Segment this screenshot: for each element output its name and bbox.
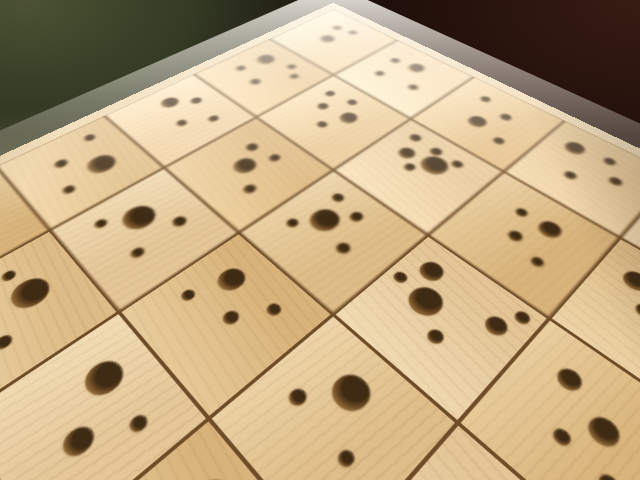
drilled-hole [395, 146, 418, 161]
drilled-hole [479, 96, 492, 104]
drilled-hole [206, 115, 220, 123]
drilled-hole [315, 102, 330, 111]
tile-grid [0, 9, 640, 480]
drilled-hole [389, 58, 401, 64]
drilled-hole [528, 256, 546, 270]
drilled-hole [330, 25, 342, 31]
drilled-hole [254, 53, 278, 66]
puzzle-tile-r5c3[interactable] [0, 314, 206, 480]
drilled-hole [248, 78, 262, 86]
drilled-hole [188, 97, 202, 106]
drilled-hole [562, 171, 577, 181]
drilled-hole [415, 260, 447, 285]
drilled-hole [267, 154, 282, 164]
drilled-hole [78, 355, 128, 402]
drilled-hole [481, 314, 511, 340]
drilled-hole [158, 96, 181, 110]
drilled-hole [317, 34, 337, 44]
drilled-hole [127, 414, 149, 436]
drilled-hole [425, 328, 447, 347]
drilled-hole [234, 65, 246, 72]
puzzle-tile-r3c4[interactable] [335, 237, 547, 421]
drilled-hole [178, 288, 196, 303]
drilled-hole [402, 283, 448, 321]
drilled-hole [336, 111, 360, 126]
puzzle-tile-r4c3[interactable] [121, 235, 331, 417]
puzzle-tile-r4c5[interactable] [336, 427, 625, 480]
drilled-hole [512, 310, 531, 326]
drilled-hole [535, 219, 565, 241]
photo-scene [0, 0, 640, 480]
drilled-hole [323, 90, 336, 97]
drilled-hole [58, 422, 98, 462]
drilled-hole [619, 269, 640, 295]
drilled-hole [288, 73, 300, 80]
drilled-hole [170, 215, 188, 228]
drilled-hole [550, 427, 572, 449]
drilled-hole [128, 247, 145, 260]
drilled-hole [334, 448, 357, 472]
drilled-hole [219, 310, 240, 328]
drilled-hole [465, 115, 489, 130]
drilled-hole [244, 142, 260, 152]
drilled-hole [285, 64, 297, 71]
drilled-hole [176, 471, 246, 480]
drilled-hole [552, 366, 584, 396]
drilled-hole [405, 63, 427, 75]
drilled-hole [596, 472, 620, 480]
drilled-hole [406, 84, 419, 91]
drilled-hole [325, 369, 377, 418]
drilled-hole [373, 70, 385, 77]
drilled-hole [607, 176, 624, 188]
drilled-hole [92, 218, 108, 230]
drilled-hole [0, 334, 13, 353]
drilled-hole [407, 133, 423, 143]
drilled-hole [345, 99, 358, 107]
puzzle-tile-r5c4[interactable] [44, 422, 329, 480]
drilled-hole [562, 141, 588, 158]
tile-block [0, 9, 640, 480]
drilled-hole [284, 217, 300, 229]
puzzle-tile-r5c2[interactable] [0, 232, 116, 413]
drilled-hole [416, 154, 452, 178]
drilled-hole [505, 230, 524, 244]
drilled-hole [264, 302, 283, 318]
puzzle-tile-r3c5[interactable] [460, 321, 640, 480]
drilled-hole [82, 134, 96, 143]
drilled-hole [498, 113, 513, 122]
drilled-hole [304, 206, 344, 235]
drilled-hole [52, 159, 68, 170]
drilled-hole [513, 207, 529, 219]
drilled-hole [333, 241, 352, 256]
drilled-hole [450, 160, 465, 170]
drilled-hole [61, 185, 76, 196]
drilled-hole [347, 211, 365, 224]
drilled-hole [117, 203, 160, 235]
puzzle-tile-r4c4[interactable] [212, 318, 455, 480]
drilled-hole [241, 183, 258, 195]
drilled-hole [583, 413, 623, 452]
drilled-hole [602, 157, 617, 167]
drilled-hole [402, 163, 417, 173]
drilled-hole [6, 274, 55, 315]
drilled-hole [346, 30, 357, 36]
drilled-hole [0, 270, 17, 284]
drilled-hole [633, 302, 640, 320]
drilled-hole [330, 193, 346, 204]
drilled-hole [315, 121, 329, 129]
drilled-hole [213, 266, 249, 295]
drilled-hole [175, 119, 189, 127]
drilled-hole [230, 156, 260, 176]
drilled-hole [491, 137, 505, 146]
drilled-hole [83, 153, 119, 177]
puzzle-tile-r2c5[interactable] [552, 240, 640, 426]
drilled-hole [391, 271, 409, 285]
puzzle-board [0, 3, 640, 480]
drilled-hole [286, 387, 310, 410]
